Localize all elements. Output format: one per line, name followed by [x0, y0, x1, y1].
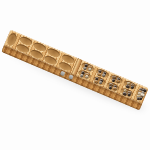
scene	[0, 0, 150, 150]
stone	[113, 87, 117, 91]
stone	[102, 74, 106, 78]
mancala-board	[1, 30, 148, 111]
board-top-face	[4, 30, 149, 104]
stone	[97, 72, 101, 76]
stone	[130, 86, 134, 90]
hinge-plate	[68, 74, 73, 79]
stone	[88, 68, 92, 72]
hinge-plate	[60, 71, 65, 76]
stone	[127, 93, 131, 97]
stone	[116, 80, 120, 84]
stone	[84, 75, 88, 79]
stone	[99, 81, 103, 85]
stone	[126, 84, 130, 88]
